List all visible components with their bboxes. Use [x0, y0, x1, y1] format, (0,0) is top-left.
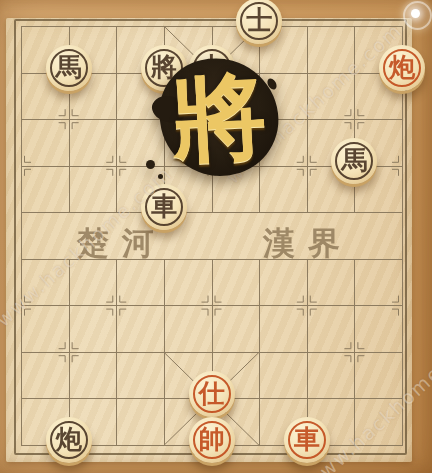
piece-ring: 馬: [335, 142, 373, 180]
board-cell[interactable]: [354, 212, 402, 259]
board-cell[interactable]: [307, 352, 355, 399]
piece-glyph: 炮: [389, 54, 415, 80]
piece-black-general[interactable]: 將: [141, 45, 187, 91]
board-cell[interactable]: [212, 212, 260, 259]
board-cell[interactable]: [69, 352, 117, 399]
piece-glyph: 帥: [199, 426, 225, 452]
board-cell[interactable]: [69, 259, 117, 306]
board-cell[interactable]: [259, 119, 307, 166]
board-cell[interactable]: [21, 305, 69, 352]
board-cell[interactable]: [212, 305, 260, 352]
piece-black-chariot[interactable]: 車: [141, 184, 187, 230]
board-cell[interactable]: [21, 259, 69, 306]
glow-dot-icon[interactable]: [403, 1, 432, 30]
board-cell[interactable]: [69, 166, 117, 213]
board-cell[interactable]: [354, 352, 402, 399]
board-cell[interactable]: [164, 259, 212, 306]
piece-black-advisor[interactable]: 士: [189, 45, 235, 91]
piece-glyph: 馬: [56, 54, 82, 80]
board-cell[interactable]: [21, 352, 69, 399]
board-cell[interactable]: [116, 259, 164, 306]
piece-red-cannon[interactable]: 炮: [379, 45, 425, 91]
piece-glyph: 炮: [56, 426, 82, 452]
board-cell[interactable]: [212, 119, 260, 166]
board-cell[interactable]: [259, 259, 307, 306]
board-cell[interactable]: [259, 73, 307, 120]
piece-black-horse[interactable]: 馬: [46, 45, 92, 91]
board-cell[interactable]: [69, 212, 117, 259]
board-cell[interactable]: [164, 305, 212, 352]
board-cell[interactable]: [21, 119, 69, 166]
piece-ring: 士: [193, 49, 231, 87]
piece-glyph: 車: [294, 426, 320, 452]
piece-red-advisor[interactable]: 仕: [189, 371, 235, 417]
board-cell[interactable]: [164, 119, 212, 166]
piece-glyph: 車: [151, 193, 177, 219]
piece-red-general[interactable]: 帥: [189, 417, 235, 463]
board-cell[interactable]: [69, 119, 117, 166]
board-cell[interactable]: [259, 212, 307, 259]
board-cell[interactable]: [307, 73, 355, 120]
board-cell[interactable]: [212, 166, 260, 213]
board-cell[interactable]: [212, 259, 260, 306]
xiangqi-game-screen: 楚河 漢界 士馬將士炮馬車仕炮帥車 將 www.hackhome.com www…: [0, 0, 432, 473]
board-cell[interactable]: [116, 398, 164, 445]
board-cell[interactable]: [21, 212, 69, 259]
piece-ring: 車: [145, 188, 183, 226]
piece-glyph: 馬: [341, 147, 367, 173]
board-cell[interactable]: [116, 119, 164, 166]
piece-black-cannon[interactable]: 炮: [46, 417, 92, 463]
board-cell[interactable]: [354, 398, 402, 445]
piece-ring: 炮: [383, 49, 421, 87]
board-cell[interactable]: [354, 259, 402, 306]
board-cell[interactable]: [116, 305, 164, 352]
piece-ring: 士: [240, 2, 278, 40]
piece-glyph: 士: [246, 7, 272, 33]
piece-black-horse[interactable]: 馬: [331, 138, 377, 184]
piece-red-chariot[interactable]: 車: [284, 417, 330, 463]
piece-ring: 將: [145, 49, 183, 87]
board-cell[interactable]: [116, 352, 164, 399]
board-cell[interactable]: [259, 166, 307, 213]
piece-ring: 帥: [193, 421, 231, 459]
piece-ring: 炮: [50, 421, 88, 459]
board-cell[interactable]: [259, 352, 307, 399]
board-cell[interactable]: [307, 212, 355, 259]
piece-ring: 仕: [193, 375, 231, 413]
board-cell[interactable]: [69, 305, 117, 352]
board-cell[interactable]: [307, 259, 355, 306]
piece-ring: 車: [288, 421, 326, 459]
board-cell[interactable]: [21, 166, 69, 213]
piece-glyph: 仕: [199, 380, 225, 406]
piece-glyph: 士: [199, 54, 225, 80]
board-cell[interactable]: [354, 305, 402, 352]
board-cell[interactable]: [307, 26, 355, 73]
board-cell[interactable]: [307, 305, 355, 352]
piece-glyph: 將: [151, 54, 177, 80]
board-cell[interactable]: [259, 305, 307, 352]
piece-ring: 馬: [50, 49, 88, 87]
